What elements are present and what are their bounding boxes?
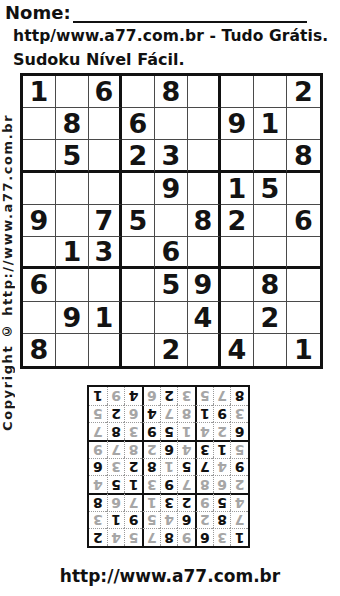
solution-cell-r8c7: 6	[124, 405, 142, 423]
cell-r5c8[interactable]	[254, 205, 287, 237]
solution-cell-r3c5: 3	[160, 493, 178, 511]
cell-r6c1[interactable]	[23, 237, 56, 269]
solution-cell-r1c3: 6	[195, 528, 213, 546]
solution-cell-r6c8: 7	[107, 440, 125, 458]
cell-r4c5[interactable]: 9	[155, 173, 188, 205]
cell-r1c5[interactable]: 8	[155, 76, 188, 108]
cell-r4c1[interactable]	[23, 173, 56, 205]
solution-cell-r7c8: 8	[107, 422, 125, 440]
solution-cell-r5c4: 5	[177, 458, 195, 476]
solution-cell-r6c3: 3	[195, 440, 213, 458]
cell-r7c7[interactable]	[221, 269, 254, 301]
solution-cell-r7c5: 5	[160, 422, 178, 440]
cell-r6c2[interactable]: 1	[56, 237, 89, 269]
solution-cell-r3c1: 4	[230, 493, 248, 511]
solution-cell-r6c2: 1	[213, 440, 231, 458]
solution-cell-r7c2: 2	[213, 422, 231, 440]
cell-r5c1[interactable]: 9	[23, 205, 56, 237]
solution-grid-upside-down: 1369875427826459134592317682687931549475…	[87, 385, 250, 548]
cell-r1c4[interactable]	[122, 76, 155, 108]
cell-r9c5[interactable]: 2	[155, 334, 188, 366]
cell-r7c4[interactable]	[122, 269, 155, 301]
cell-r3c6[interactable]	[188, 140, 221, 172]
name-row: Nome:	[5, 2, 335, 23]
solution-cell-r2c7: 9	[124, 511, 142, 529]
solution-cell-r5c6: 8	[142, 458, 160, 476]
solution-cell-r2c6: 5	[142, 511, 160, 529]
cell-r9c1[interactable]: 8	[23, 334, 56, 366]
solution-cell-r3c2: 5	[213, 493, 231, 511]
cell-r2c6[interactable]	[188, 108, 221, 140]
solution-cell-r7c1: 6	[230, 422, 248, 440]
solution-cell-r9c2: 7	[213, 387, 231, 405]
cell-r3c2[interactable]: 5	[56, 140, 89, 172]
cell-r2c5[interactable]	[155, 108, 188, 140]
cell-r9c2[interactable]	[56, 334, 89, 366]
cell-r4c9[interactable]	[287, 173, 320, 205]
solution-cell-r4c1: 2	[230, 475, 248, 493]
cell-r2c7[interactable]: 9	[221, 108, 254, 140]
cell-r2c3[interactable]	[89, 108, 122, 140]
cell-r9c6[interactable]	[188, 334, 221, 366]
solution-cell-r9c3: 5	[195, 387, 213, 405]
solution-cell-r4c5: 9	[160, 475, 178, 493]
cell-r7c6[interactable]: 9	[188, 269, 221, 301]
main-sudoku-grid: 168286915238915975826136659891428241	[20, 73, 323, 369]
solution-cell-r7c3: 4	[195, 422, 213, 440]
solution-cell-r3c6: 1	[142, 493, 160, 511]
solution-cell-r5c1: 9	[230, 458, 248, 476]
cell-r6c7[interactable]	[221, 237, 254, 269]
cell-r4c4[interactable]	[122, 173, 155, 205]
solution-cell-r4c9: 4	[89, 475, 107, 493]
cell-r9c8[interactable]	[254, 334, 287, 366]
cell-r9c7[interactable]: 4	[221, 334, 254, 366]
cell-r6c9[interactable]	[287, 237, 320, 269]
cell-r6c5[interactable]: 6	[155, 237, 188, 269]
cell-r2c4[interactable]: 6	[122, 108, 155, 140]
cell-r1c1[interactable]: 1	[23, 76, 56, 108]
solution-cell-r5c8: 3	[107, 458, 125, 476]
cell-r3c4[interactable]: 2	[122, 140, 155, 172]
copyright-vertical-text: Copyright © http://www.a77.com.br	[0, 84, 16, 460]
solution-cell-r9c5: 2	[160, 387, 178, 405]
footer-url: http://www.a77.com.br	[0, 566, 340, 586]
solution-cell-r9c1: 8	[230, 387, 248, 405]
cell-r7c1[interactable]: 6	[23, 269, 56, 301]
solution-cell-r7c7: 3	[124, 422, 142, 440]
cell-r3c7[interactable]	[221, 140, 254, 172]
solution-cell-r5c9: 6	[89, 458, 107, 476]
cell-r8c3[interactable]: 1	[89, 302, 122, 334]
solution-cell-r6c6: 2	[142, 440, 160, 458]
cell-r2c2[interactable]: 8	[56, 108, 89, 140]
cell-r8c8[interactable]: 2	[254, 302, 287, 334]
cell-r2c9[interactable]	[287, 108, 320, 140]
cell-r4c6[interactable]	[188, 173, 221, 205]
solution-cell-r9c4: 3	[177, 387, 195, 405]
cell-r3c1[interactable]	[23, 140, 56, 172]
name-underline[interactable]	[73, 6, 307, 23]
solution-cell-r8c5: 7	[160, 405, 178, 423]
cell-r3c9[interactable]: 8	[287, 140, 320, 172]
cell-r4c2[interactable]	[56, 173, 89, 205]
solution-cell-r4c3: 8	[195, 475, 213, 493]
cell-r2c8[interactable]: 1	[254, 108, 287, 140]
cell-r8c1[interactable]	[23, 302, 56, 334]
solution-cell-r4c6: 3	[142, 475, 160, 493]
solution-cell-r8c9: 5	[89, 405, 107, 423]
cell-r6c6[interactable]	[188, 237, 221, 269]
cell-r4c3[interactable]	[89, 173, 122, 205]
solution-cell-r8c3: 1	[195, 405, 213, 423]
solution-cell-r5c7: 2	[124, 458, 142, 476]
solution-cell-r2c8: 1	[107, 511, 125, 529]
solution-cell-r2c2: 8	[213, 511, 231, 529]
solution-cell-r5c3: 7	[195, 458, 213, 476]
solution-cell-r7c9: 7	[89, 422, 107, 440]
solution-cell-r1c5: 8	[160, 528, 178, 546]
solution-cell-r2c4: 6	[177, 511, 195, 529]
solution-cell-r9c8: 9	[107, 387, 125, 405]
cell-r1c6[interactable]	[188, 76, 221, 108]
solution-cell-r4c8: 5	[107, 475, 125, 493]
cell-r4c8[interactable]: 5	[254, 173, 287, 205]
puzzle-level-title: Sudoku Nível Fácil.	[13, 50, 185, 69]
solution-cell-r8c2: 9	[213, 405, 231, 423]
cell-r9c3[interactable]	[89, 334, 122, 366]
solution-cell-r2c3: 2	[195, 511, 213, 529]
solution-cell-r4c4: 7	[177, 475, 195, 493]
solution-cell-r1c1: 1	[230, 528, 248, 546]
cell-r8c9[interactable]	[287, 302, 320, 334]
cell-r8c7[interactable]	[221, 302, 254, 334]
cell-r4c7[interactable]: 1	[221, 173, 254, 205]
sudoku-worksheet-page: Nome: http/www.a77.com.br - Tudo Grátis.…	[0, 0, 340, 596]
cell-r7c5[interactable]: 5	[155, 269, 188, 301]
cell-r5c9[interactable]: 6	[287, 205, 320, 237]
solution-cell-r1c6: 7	[142, 528, 160, 546]
cell-r5c2[interactable]	[56, 205, 89, 237]
cell-r5c7[interactable]: 2	[221, 205, 254, 237]
cell-r3c5[interactable]: 3	[155, 140, 188, 172]
solution-cell-r4c2: 6	[213, 475, 231, 493]
cell-r3c8[interactable]	[254, 140, 287, 172]
cell-r5c3[interactable]: 7	[89, 205, 122, 237]
cell-r6c8[interactable]	[254, 237, 287, 269]
solution-cell-r8c6: 4	[142, 405, 160, 423]
cell-r7c3[interactable]	[89, 269, 122, 301]
solution-cell-r3c4: 2	[177, 493, 195, 511]
solution-cell-r7c6: 9	[142, 422, 160, 440]
cell-r8c6[interactable]: 4	[188, 302, 221, 334]
solution-cell-r3c9: 8	[89, 493, 107, 511]
cell-r5c4[interactable]: 5	[122, 205, 155, 237]
solution-cell-r9c9: 1	[89, 387, 107, 405]
solution-cell-r2c1: 7	[230, 511, 248, 529]
solution-cell-r9c6: 6	[142, 387, 160, 405]
cell-r1c9[interactable]: 2	[287, 76, 320, 108]
solution-cell-r8c8: 2	[107, 405, 125, 423]
solution-cell-r1c8: 4	[107, 528, 125, 546]
solution-cell-r5c5: 1	[160, 458, 178, 476]
solution-cell-r6c5: 6	[160, 440, 178, 458]
solution-cell-r6c4: 4	[177, 440, 195, 458]
solution-cell-r8c1: 3	[230, 405, 248, 423]
cell-r8c2[interactable]: 9	[56, 302, 89, 334]
cell-r1c8[interactable]	[254, 76, 287, 108]
solution-cell-r7c4: 1	[177, 422, 195, 440]
solution-cell-r2c5: 4	[160, 511, 178, 529]
solution-cell-r1c9: 2	[89, 528, 107, 546]
cell-r2c1[interactable]	[23, 108, 56, 140]
solution-cell-r1c4: 9	[177, 528, 195, 546]
cell-r7c8[interactable]: 8	[254, 269, 287, 301]
name-label: Nome:	[5, 2, 71, 23]
cell-r1c7[interactable]	[221, 76, 254, 108]
cell-r8c5[interactable]	[155, 302, 188, 334]
cell-r7c9[interactable]	[287, 269, 320, 301]
solution-cell-r1c7: 5	[124, 528, 142, 546]
solution-cell-r3c8: 6	[107, 493, 125, 511]
site-tagline: http/www.a77.com.br - Tudo Grátis.	[13, 27, 328, 45]
cell-r9c9[interactable]: 1	[287, 334, 320, 366]
solution-cell-r3c3: 9	[195, 493, 213, 511]
cell-r5c6[interactable]: 8	[188, 205, 221, 237]
solution-cell-r6c1: 5	[230, 440, 248, 458]
cell-r7c2[interactable]	[56, 269, 89, 301]
solution-cell-r4c7: 1	[124, 475, 142, 493]
cell-r5c5[interactable]	[155, 205, 188, 237]
cell-r3c3[interactable]	[89, 140, 122, 172]
cell-r8c4[interactable]	[122, 302, 155, 334]
solution-cell-r9c7: 4	[124, 387, 142, 405]
solution-cell-r6c9: 9	[89, 440, 107, 458]
solution-cell-r6c7: 8	[124, 440, 142, 458]
solution-cell-r1c2: 3	[213, 528, 231, 546]
solution-cell-r5c2: 4	[213, 458, 231, 476]
solution-cell-r2c9: 3	[89, 511, 107, 529]
cell-r6c3[interactable]: 3	[89, 237, 122, 269]
solution-cell-r3c7: 7	[124, 493, 142, 511]
solution-cell-r8c4: 8	[177, 405, 195, 423]
cell-r6c4[interactable]	[122, 237, 155, 269]
cell-r1c2[interactable]	[56, 76, 89, 108]
cell-r9c4[interactable]	[122, 334, 155, 366]
cell-r1c3[interactable]: 6	[89, 76, 122, 108]
